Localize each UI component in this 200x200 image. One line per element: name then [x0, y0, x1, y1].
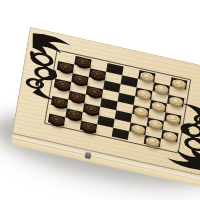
photo-scene	[0, 0, 200, 200]
dark-checker[interactable]	[81, 122, 96, 132]
latch-clasp-icon	[85, 151, 92, 159]
board-grid	[48, 52, 188, 150]
dark-checker[interactable]	[49, 115, 64, 125]
light-checker[interactable]	[145, 136, 160, 146]
board-frame	[44, 50, 191, 154]
